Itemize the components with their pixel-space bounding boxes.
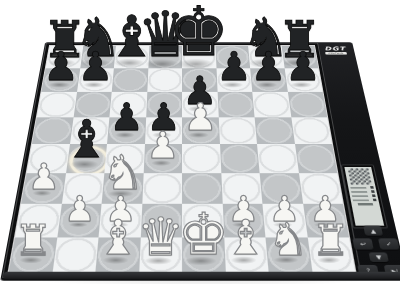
square-b6	[73, 92, 112, 117]
square-h5	[291, 117, 332, 144]
model-badge: CENTAUR	[325, 52, 347, 54]
square-h7	[284, 68, 322, 92]
square-d3	[142, 173, 182, 204]
square-e3	[182, 173, 222, 204]
square-b2	[57, 204, 102, 237]
square-a1	[9, 237, 57, 273]
play-pause-icon: ▶|	[391, 268, 399, 274]
square-d6	[146, 92, 182, 117]
help-button[interactable]: ?	[357, 265, 379, 277]
dgt-logo-text: DGT	[320, 46, 351, 51]
square-b1	[52, 237, 99, 273]
square-g6	[252, 92, 291, 117]
square-e1	[182, 237, 225, 273]
display-move-row	[350, 186, 374, 188]
square-f1	[224, 237, 269, 273]
square-c8	[114, 46, 149, 68]
display-move-row	[351, 190, 375, 192]
square-f2	[222, 204, 265, 237]
square-c5	[107, 117, 146, 144]
chess-board-3d: DGT CENTAUR ▲ ↩ ✓ ▼ ? ▶|	[0, 42, 400, 281]
square-h6	[287, 92, 327, 117]
square-a3	[21, 173, 65, 204]
dgt-centaur-product-photo: DGT CENTAUR ▲ ↩ ✓ ▼ ? ▶|	[0, 0, 400, 284]
square-c4	[104, 144, 144, 173]
square-g3	[260, 173, 303, 204]
display-mini-chessboard	[348, 168, 372, 184]
up-arrow-icon: ▲	[370, 228, 376, 233]
square-h3	[298, 173, 342, 204]
square-g8	[248, 46, 284, 68]
square-c3	[102, 173, 144, 204]
square-g1	[265, 237, 312, 273]
square-f5	[218, 117, 257, 144]
square-d7	[147, 68, 182, 92]
square-h2	[303, 204, 349, 237]
square-h8	[281, 46, 318, 68]
square-h4	[295, 144, 338, 173]
square-g4	[257, 144, 298, 173]
display-move-row	[353, 199, 377, 202]
square-b4	[66, 144, 107, 173]
square-a5	[32, 117, 73, 144]
square-c2	[99, 204, 142, 237]
square-g7	[250, 68, 287, 92]
play-pause-button[interactable]: ▶|	[384, 265, 400, 277]
board-frame: DGT CENTAUR ▲ ↩ ✓ ▼ ? ▶|	[0, 42, 400, 281]
square-b5	[70, 117, 110, 144]
square-a2	[15, 204, 61, 237]
square-h1	[307, 237, 355, 273]
chess-board-grid	[9, 46, 356, 273]
epaper-display	[342, 165, 387, 227]
square-b7	[77, 68, 114, 92]
back-button[interactable]: ↩	[352, 238, 373, 249]
dgt-logo: DGT CENTAUR	[320, 46, 352, 54]
square-b3	[61, 173, 104, 204]
square-c6	[109, 92, 146, 117]
square-c7	[112, 68, 148, 92]
square-f6	[217, 92, 254, 117]
button-cluster: ▲ ↩ ✓ ▼ ? ▶|	[349, 226, 400, 277]
square-a4	[27, 144, 70, 173]
checkmark-icon: ✓	[385, 241, 392, 247]
square-e2	[182, 204, 224, 237]
square-f8	[215, 46, 250, 68]
square-d4	[143, 144, 182, 173]
down-arrow-icon: ▼	[375, 254, 381, 260]
square-a7	[41, 68, 79, 92]
square-e8	[182, 46, 216, 68]
confirm-button[interactable]: ✓	[378, 238, 400, 249]
square-c1	[95, 237, 140, 273]
square-d1	[139, 237, 182, 273]
display-move-row	[352, 194, 376, 197]
square-g5	[255, 117, 295, 144]
square-b8	[80, 46, 116, 68]
square-a6	[37, 92, 77, 117]
square-f3	[221, 173, 263, 204]
display-footer-bar	[358, 203, 374, 206]
square-f4	[220, 144, 260, 173]
up-button[interactable]: ▲	[363, 226, 383, 236]
square-a8	[46, 46, 83, 68]
square-e7	[182, 68, 217, 92]
square-g2	[262, 204, 307, 237]
back-arrow-icon: ↩	[360, 241, 367, 247]
square-d8	[148, 46, 182, 68]
question-icon: ?	[366, 268, 371, 274]
square-d2	[140, 204, 182, 237]
square-e6	[182, 92, 218, 117]
square-e4	[182, 144, 221, 173]
square-d5	[145, 117, 183, 144]
square-e5	[182, 117, 220, 144]
down-button[interactable]: ▼	[369, 252, 389, 262]
square-f7	[216, 68, 252, 92]
playing-surface	[9, 46, 356, 273]
